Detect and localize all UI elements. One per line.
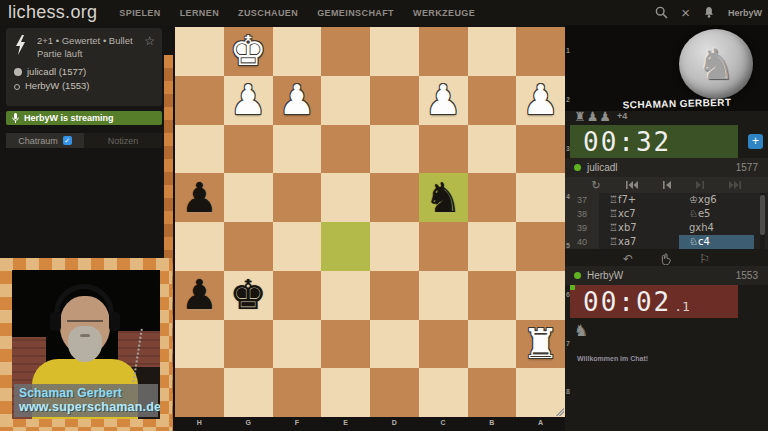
prev-move-button[interactable] — [663, 181, 671, 189]
search-icon[interactable] — [655, 6, 668, 19]
close-icon[interactable]: × — [681, 5, 690, 20]
streamer-beard — [68, 326, 102, 362]
square-c7[interactable] — [419, 320, 468, 369]
screen: lichess.org SPIELENLERNENZUSCHAUENGEMEIN… — [0, 0, 768, 431]
square-e3[interactable] — [321, 125, 370, 174]
move-list-scrollbar — [760, 193, 765, 249]
game-meta-box: 2+1 • Gewertet • Bullet Partie läuft ☆ j… — [6, 28, 162, 106]
square-h1[interactable] — [175, 27, 224, 76]
move-row: 39♖xb7gxh4 — [565, 221, 768, 235]
rank-label-2: 2 — [566, 76, 576, 125]
chat-toggle-checkbox[interactable]: ✓ — [63, 136, 72, 145]
square-g6[interactable]: ♚ — [224, 271, 273, 320]
square-f2[interactable]: ♟ — [273, 76, 322, 125]
square-e7[interactable] — [321, 320, 370, 369]
microphone-icon — [12, 113, 19, 124]
square-c2[interactable]: ♟ — [419, 76, 468, 125]
black-knight: ♞ — [419, 173, 468, 222]
square-g5[interactable] — [224, 222, 273, 271]
menu-item-gemeinschaft[interactable]: GEMEINSCHAFT — [317, 8, 394, 18]
time-control: 2+1 • Gewertet • Bullet — [37, 34, 133, 47]
square-c8[interactable] — [419, 368, 468, 417]
webcam-caption: Schaman Gerbert www.superschaman.de — [14, 384, 158, 417]
rank-label-3: 3 — [566, 125, 576, 174]
bottom-player-rating: 1553 — [736, 270, 758, 281]
square-a3[interactable] — [516, 125, 565, 174]
bookmark-star-icon[interactable]: ☆ — [144, 34, 155, 48]
streamer-url: www.superschaman.de — [19, 400, 153, 414]
square-f7[interactable] — [273, 320, 322, 369]
bell-icon[interactable] — [703, 6, 715, 19]
black-player-line[interactable]: HerbyW (1553) — [14, 79, 156, 93]
square-c1[interactable] — [419, 27, 468, 76]
move-white-40[interactable]: ♖xa7 — [599, 235, 679, 249]
file-label-e: E — [321, 419, 370, 426]
square-g8[interactable] — [224, 368, 273, 417]
square-d2[interactable] — [370, 76, 419, 125]
square-f5[interactable] — [273, 222, 322, 271]
square-f8[interactable] — [273, 368, 322, 417]
file-label-f: F — [273, 419, 322, 426]
square-b8[interactable] — [468, 368, 517, 417]
rank-label-8: 8 — [566, 368, 576, 417]
white-rook: ♜ — [516, 320, 565, 369]
square-c4[interactable]: ♞ — [419, 173, 468, 222]
white-color-dot — [14, 68, 22, 76]
rank-label-6: 6 — [566, 271, 576, 320]
square-d5[interactable] — [370, 222, 419, 271]
next-move-button[interactable] — [696, 181, 704, 189]
square-h5[interactable] — [175, 222, 224, 271]
board-resize-handle[interactable] — [555, 407, 564, 416]
menu-item-zuschauen[interactable]: ZUSCHAUEN — [238, 8, 298, 18]
black-color-dot — [14, 84, 20, 90]
black-clock: 00:02 .1 — [570, 285, 738, 318]
square-e4[interactable] — [321, 173, 370, 222]
square-h3[interactable] — [175, 125, 224, 174]
square-a4[interactable] — [516, 173, 565, 222]
move-row: 38♖xc7♘e5 — [565, 207, 768, 221]
tab-notizen[interactable]: Notizen — [84, 133, 162, 148]
rank-label-1: 1 — [566, 27, 576, 76]
game-actions: ↶ ⚐ — [565, 251, 768, 266]
square-e5[interactable] — [321, 222, 370, 271]
square-c6[interactable] — [419, 271, 468, 320]
file-coordinates: HGFEDCBA — [175, 419, 565, 426]
move-black-39[interactable]: gxh4 — [679, 221, 754, 235]
square-a5[interactable] — [516, 222, 565, 271]
square-b6[interactable] — [468, 271, 517, 320]
rank-label-7: 7 — [566, 320, 576, 369]
square-d7[interactable] — [370, 320, 419, 369]
square-b5[interactable] — [468, 222, 517, 271]
square-f3[interactable] — [273, 125, 322, 174]
horse-coin-icon: ♞ — [679, 29, 753, 99]
streaming-banner[interactable]: HerbyW is streaming — [6, 111, 162, 125]
resign-flag-icon[interactable]: ⚐ — [699, 253, 710, 265]
square-b7[interactable] — [468, 320, 517, 369]
square-b1[interactable] — [468, 27, 517, 76]
headphones-band — [54, 284, 114, 318]
top-player-rating: 1577 — [736, 162, 758, 173]
first-move-button[interactable] — [626, 181, 638, 189]
captured-by-white: ♜♟♟ +4 — [574, 109, 627, 123]
square-c3[interactable] — [419, 125, 468, 174]
file-label-b: B — [468, 419, 517, 426]
white-pawn: ♟ — [516, 76, 565, 125]
captured-black-pieces-icons: ♜♟♟ — [574, 109, 612, 124]
move-white-37[interactable]: ♖f7+ — [599, 193, 679, 207]
white-player-line[interactable]: julicadl (1577) — [14, 65, 156, 79]
square-a6[interactable] — [516, 271, 565, 320]
white-clock: 00:32 — [570, 125, 738, 158]
white-pawn: ♟ — [273, 76, 322, 125]
square-a2[interactable]: ♟ — [516, 76, 565, 125]
square-e2[interactable] — [321, 76, 370, 125]
square-h6[interactable]: ♟ — [175, 271, 224, 320]
chat-welcome-text: Willkommen im Chat! — [577, 355, 648, 362]
file-label-g: G — [224, 419, 273, 426]
white-king: ♚ — [224, 27, 273, 76]
square-e6[interactable] — [321, 271, 370, 320]
move-white-38[interactable]: ♖xc7 — [599, 207, 679, 221]
captured-by-black: ♞ — [574, 321, 588, 340]
move-black-40[interactable]: ♘c4 — [679, 235, 754, 249]
square-f4[interactable] — [273, 173, 322, 222]
bullet-lightning-icon — [14, 35, 29, 60]
username[interactable]: HerbyW — [728, 8, 762, 18]
move-nav-bar: ↻ — [565, 177, 768, 193]
top-nav: lichess.org SPIELENLERNENZUSCHAUENGEMEIN… — [0, 0, 768, 25]
square-h4[interactable]: ♟ — [175, 173, 224, 222]
bottom-player-bar[interactable]: HerbyW 1553 — [565, 266, 768, 285]
file-label-c: C — [419, 419, 468, 426]
rank-label-4: 4 — [566, 173, 576, 222]
horse-medallion: ♞ — [679, 29, 753, 99]
chess-board[interactable]: ♚♟♟♟♟♟♞♟♚♜ — [175, 27, 565, 417]
top-player-bar[interactable]: julicadl 1577 — [565, 158, 768, 177]
lichess-logo[interactable]: lichess.org — [8, 2, 97, 23]
move-list: 37♖f7+♔xg638♖xc7♘e539♖xb7gxh440♖xa7♘c4 — [565, 193, 768, 249]
file-label-a: A — [516, 419, 565, 426]
square-b3[interactable] — [468, 125, 517, 174]
square-h2[interactable] — [175, 76, 224, 125]
last-move-button[interactable] — [729, 181, 741, 189]
give-time-button[interactable]: + — [748, 134, 763, 149]
game-panel: ♞ SCHAMAN GERBERT ♜♟♟ +4 00:32 + julicad… — [565, 25, 768, 431]
square-b2[interactable] — [468, 76, 517, 125]
rank-label-5: 5 — [566, 222, 576, 271]
move-black-37[interactable]: ♔xg6 — [679, 193, 754, 207]
square-d8[interactable] — [370, 368, 419, 417]
takeback-icon[interactable]: ↶ — [623, 253, 633, 265]
streamer-name: Schaman Gerbert — [19, 386, 153, 400]
streamer-logo-zone: ♞ SCHAMAN GERBERT — [565, 25, 768, 111]
draw-offer-hand-icon[interactable] — [660, 253, 672, 265]
main-menu: SPIELENLERNENZUSCHAUENGEMEINSCHAFTWERKZE… — [119, 8, 475, 18]
move-white-39[interactable]: ♖xb7 — [599, 221, 679, 235]
menu-item-lernen[interactable]: LERNEN — [180, 8, 219, 18]
move-row: 37♖f7+♔xg6 — [565, 193, 768, 207]
webcam-overlay: Schaman Gerbert www.superschaman.de — [0, 258, 172, 431]
headphone-cup — [109, 312, 120, 331]
material-advantage: +4 — [617, 111, 627, 121]
square-d3[interactable] — [370, 125, 419, 174]
streamer-mouth — [80, 334, 90, 337]
tab-chatraum[interactable]: Chatraum ✓ — [6, 133, 84, 148]
black-king: ♚ — [224, 271, 273, 320]
clock-tenths: .1 — [674, 299, 690, 314]
menu-item-spielen[interactable]: SPIELEN — [119, 8, 160, 18]
square-e8[interactable] — [321, 368, 370, 417]
square-a7[interactable]: ♜ — [516, 320, 565, 369]
square-e1[interactable] — [321, 27, 370, 76]
headphone-cup — [50, 312, 61, 331]
file-label-h: H — [175, 419, 224, 426]
square-g3[interactable] — [224, 125, 273, 174]
file-label-d: D — [370, 419, 419, 426]
square-d6[interactable] — [370, 271, 419, 320]
game-status: Partie läuft — [37, 47, 133, 60]
white-pawn: ♟ — [419, 76, 468, 125]
black-pawn: ♟ — [175, 173, 224, 222]
square-c5[interactable] — [419, 222, 468, 271]
cycle-icon[interactable]: ↻ — [592, 180, 601, 191]
move-black-38[interactable]: ♘e5 — [679, 207, 754, 221]
scrollbar-thumb[interactable] — [760, 195, 765, 235]
square-f1[interactable] — [273, 27, 322, 76]
menu-item-werkzeuge[interactable]: WERKZEUGE — [413, 8, 475, 18]
chat-tabs: Chatraum ✓ Notizen — [6, 133, 162, 148]
chess-board-wrap: ♚♟♟♟♟♟♞♟♚♜ HGFEDCBA 12345678 — [175, 27, 565, 417]
move-row: 40♖xa7♘c4 — [565, 235, 768, 249]
square-b4[interactable] — [468, 173, 517, 222]
square-g7[interactable] — [224, 320, 273, 369]
white-pawn: ♟ — [224, 76, 273, 125]
square-g1[interactable]: ♚ — [224, 27, 273, 76]
square-h8[interactable] — [175, 368, 224, 417]
square-h7[interactable] — [175, 320, 224, 369]
webcam-photo: Schaman Gerbert www.superschaman.de — [12, 270, 160, 419]
square-d1[interactable] — [370, 27, 419, 76]
square-f6[interactable] — [273, 271, 322, 320]
square-a1[interactable] — [516, 27, 565, 76]
square-d4[interactable] — [370, 173, 419, 222]
square-g2[interactable]: ♟ — [224, 76, 273, 125]
square-g4[interactable] — [224, 173, 273, 222]
rank-coordinates: 12345678 — [566, 27, 576, 417]
black-pawn: ♟ — [175, 271, 224, 320]
